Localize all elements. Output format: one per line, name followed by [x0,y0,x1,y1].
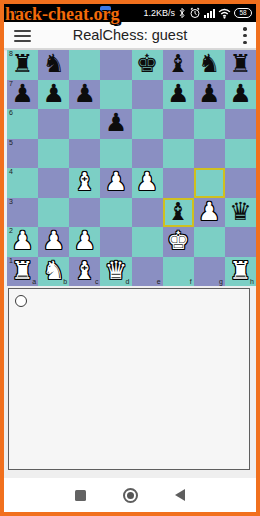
recents-icon[interactable] [75,490,86,501]
square-c2[interactable]: ♟ [69,227,100,257]
rank-label-4: 4 [9,168,13,176]
square-c7[interactable]: ♟ [69,80,100,110]
square-b4[interactable] [38,168,69,198]
white-pawn-d4: ♟ [105,169,127,194]
square-b2[interactable]: ♟ [38,227,69,257]
watermark-frame: 11:52 1.2KB/s 58 [0,0,260,516]
square-d3[interactable] [100,198,131,228]
alarm-icon [189,7,201,19]
white-knight-b1: ♞ [42,258,64,283]
black-pawn-f7: ♟ [167,81,189,106]
square-a4[interactable]: 4 [7,168,38,198]
square-f7[interactable]: ♟ [163,80,194,110]
square-f2[interactable]: ♚ [163,227,194,257]
black-pawn-h7: ♟ [229,81,251,106]
square-f3[interactable]: ♝ [163,198,194,228]
square-e8[interactable]: ♚ [132,50,163,80]
move-list-panel [8,288,250,470]
signal-icon [204,9,215,18]
square-h2[interactable] [225,227,256,257]
black-pawn-c7: ♟ [74,81,96,106]
square-f8[interactable]: ♝ [163,50,194,80]
square-h5[interactable] [225,139,256,169]
square-c8[interactable] [69,50,100,80]
square-a1[interactable]: 1a♜ [7,257,38,287]
square-c4[interactable]: ♝ [69,168,100,198]
square-g8[interactable]: ♞ [194,50,225,80]
square-e3[interactable] [132,198,163,228]
square-a5[interactable]: 5 [7,139,38,169]
square-f1[interactable]: f [163,257,194,287]
square-e6[interactable] [132,109,163,139]
wifi-icon [218,8,231,19]
rank-label-5: 5 [9,139,13,147]
file-label-f: f [190,278,192,286]
square-g4[interactable] [194,168,225,198]
square-h4[interactable] [225,168,256,198]
rank-label-6: 6 [9,109,13,117]
square-b6[interactable] [38,109,69,139]
black-pawn-b7: ♟ [42,81,64,106]
square-g7[interactable]: ♟ [194,80,225,110]
app-bar: RealChess: guest [4,22,256,49]
bluetooth-icon [178,7,186,19]
black-knight-g8: ♞ [198,51,220,76]
square-d1[interactable]: d♛ [100,257,131,287]
square-a7[interactable]: 7♟ [7,80,38,110]
square-e5[interactable] [132,139,163,169]
square-f4[interactable] [163,168,194,198]
white-king-f2: ♚ [167,228,189,253]
white-rook-h1: ♜ [229,258,251,283]
square-c1[interactable]: c♝ [69,257,100,287]
square-e2[interactable] [132,227,163,257]
black-rook-h8: ♜ [229,51,251,76]
white-pawn-g3: ♟ [198,199,220,224]
square-g3[interactable]: ♟ [194,198,225,228]
square-d2[interactable] [100,227,131,257]
black-pawn-a7: ♟ [11,81,33,106]
square-a8[interactable]: 8♜ [7,50,38,80]
white-rook-a1: ♜ [11,258,33,283]
phone-screen: 11:52 1.2KB/s 58 [4,4,256,512]
square-f6[interactable] [163,109,194,139]
watermark-text: hack-cheat.org [5,4,119,25]
network-speed: 1.2KB/s [143,8,175,18]
square-e7[interactable] [132,80,163,110]
square-b1[interactable]: b♞ [38,257,69,287]
white-bishop-c4: ♝ [74,169,96,194]
square-e1[interactable]: e [132,257,163,287]
square-d7[interactable] [100,80,131,110]
black-bishop-f8: ♝ [167,51,189,76]
square-e4[interactable]: ♟ [132,168,163,198]
square-d8[interactable] [100,50,131,80]
white-to-move-indicator [15,295,27,307]
square-g5[interactable] [194,139,225,169]
square-c5[interactable] [69,139,100,169]
home-icon[interactable] [123,488,138,503]
square-a2[interactable]: 2♟ [7,227,38,257]
black-knight-b8: ♞ [42,51,64,76]
overflow-menu-icon[interactable] [243,27,247,44]
white-pawn-c2: ♟ [74,228,96,253]
square-d6[interactable]: ♟ [100,109,131,139]
chess-board: 8♜♞♚♝♞♜7♟♟♟♟♟♟6♟54♝♟♟3♝♟♛2♟♟♟♚1a♜b♞c♝d♛e… [7,50,256,286]
black-rook-a8: ♜ [11,51,33,76]
white-queen-d1: ♛ [105,258,127,283]
black-pawn-d6: ♟ [105,110,127,135]
white-bishop-c1: ♝ [74,258,96,283]
white-pawn-a2: ♟ [11,228,33,253]
black-bishop-f3: ♝ [167,199,189,224]
square-g1[interactable]: g [194,257,225,287]
square-d5[interactable] [100,139,131,169]
square-d4[interactable]: ♟ [100,168,131,198]
square-f5[interactable] [163,139,194,169]
black-pawn-g7: ♟ [198,81,220,106]
square-h6[interactable] [225,109,256,139]
square-h8[interactable]: ♜ [225,50,256,80]
white-pawn-b2: ♟ [42,228,64,253]
android-nav-bar [4,478,256,512]
battery-icon: 58 [234,8,252,18]
square-h3[interactable]: ♛ [225,198,256,228]
square-g2[interactable] [194,227,225,257]
app-title: RealChess: guest [4,27,256,43]
black-king-e8: ♚ [136,51,158,76]
square-b5[interactable] [38,139,69,169]
file-label-e: e [157,278,161,286]
black-queen-h3: ♛ [229,199,251,224]
square-g6[interactable] [194,109,225,139]
square-h1[interactable]: h♜ [225,257,256,287]
status-icons: 1.2KB/s 58 [143,7,252,19]
file-label-g: g [219,278,223,286]
square-c6[interactable] [69,109,100,139]
white-pawn-e4: ♟ [136,169,158,194]
square-b3[interactable] [38,198,69,228]
square-a6[interactable]: 6 [7,109,38,139]
square-b7[interactable]: ♟ [38,80,69,110]
square-a3[interactable]: 3 [7,198,38,228]
square-c3[interactable] [69,198,100,228]
square-b8[interactable]: ♞ [38,50,69,80]
back-icon[interactable] [175,489,185,501]
rank-label-3: 3 [9,198,13,206]
square-h7[interactable]: ♟ [225,80,256,110]
